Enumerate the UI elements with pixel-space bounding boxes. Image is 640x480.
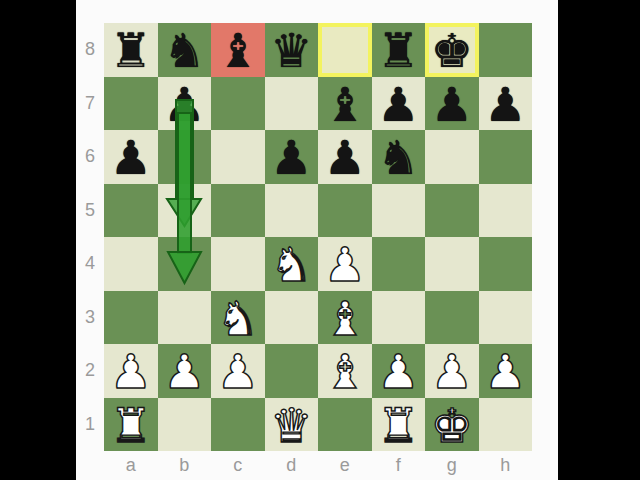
square-d8[interactable]: ♛ (265, 23, 319, 77)
square-d1[interactable]: ♛ (265, 398, 319, 452)
piece-black-pawn[interactable]: ♟ (484, 79, 526, 128)
rank-label-8: 8 (76, 23, 104, 77)
square-h1[interactable] (479, 398, 533, 452)
square-b6[interactable] (158, 130, 212, 184)
square-e4[interactable]: ♟ (318, 237, 372, 291)
file-label-b: b (158, 451, 212, 479)
square-d2[interactable] (265, 344, 319, 398)
file-label-h: h (479, 451, 533, 479)
rank-label-4: 4 (76, 237, 104, 291)
square-f7[interactable]: ♟ (372, 77, 426, 131)
square-d3[interactable] (265, 291, 319, 345)
letterbox-left (0, 0, 76, 480)
square-f3[interactable] (372, 291, 426, 345)
piece-white-pawn[interactable]: ♟ (431, 346, 473, 395)
piece-white-king[interactable]: ♚ (431, 400, 473, 449)
piece-white-bishop[interactable]: ♝ (324, 346, 366, 395)
square-c8[interactable]: ♝ (211, 23, 265, 77)
square-f8[interactable]: ♜ (372, 23, 426, 77)
square-g1[interactable]: ♚ (425, 398, 479, 452)
square-c5[interactable] (211, 184, 265, 238)
square-c7[interactable] (211, 77, 265, 131)
square-c3[interactable]: ♞ (211, 291, 265, 345)
piece-black-bishop[interactable]: ♝ (217, 25, 259, 74)
piece-white-pawn[interactable]: ♟ (110, 346, 152, 395)
square-h3[interactable] (479, 291, 533, 345)
piece-black-rook[interactable]: ♜ (377, 25, 419, 74)
piece-black-pawn[interactable]: ♟ (431, 79, 473, 128)
piece-white-pawn[interactable]: ♟ (163, 346, 205, 395)
chess-board: ♜♞♝♛♜♚♟♝♟♟♟♟♟♟♞♞♟♞♝♟♟♟♝♟♟♟♜♛♜♚ (104, 23, 532, 451)
piece-black-king[interactable]: ♚ (431, 25, 473, 74)
piece-black-rook[interactable]: ♜ (110, 25, 152, 74)
square-a7[interactable] (104, 77, 158, 131)
file-label-f: f (372, 451, 426, 479)
square-c1[interactable] (211, 398, 265, 452)
piece-black-pawn[interactable]: ♟ (377, 79, 419, 128)
square-e7[interactable]: ♝ (318, 77, 372, 131)
square-h8[interactable] (479, 23, 533, 77)
piece-black-pawn[interactable]: ♟ (110, 132, 152, 181)
square-f2[interactable]: ♟ (372, 344, 426, 398)
file-label-a: a (104, 451, 158, 479)
square-d7[interactable] (265, 77, 319, 131)
piece-white-pawn[interactable]: ♟ (484, 346, 526, 395)
square-f5[interactable] (372, 184, 426, 238)
square-b5[interactable] (158, 184, 212, 238)
square-a3[interactable] (104, 291, 158, 345)
square-b3[interactable] (158, 291, 212, 345)
file-label-g: g (425, 451, 479, 479)
piece-white-pawn[interactable]: ♟ (324, 239, 366, 288)
rank-labels: 87654321 (76, 23, 104, 451)
piece-black-pawn[interactable]: ♟ (324, 132, 366, 181)
square-g6[interactable] (425, 130, 479, 184)
file-label-d: d (265, 451, 319, 479)
piece-black-pawn[interactable]: ♟ (270, 132, 312, 181)
piece-white-pawn[interactable]: ♟ (377, 346, 419, 395)
square-b2[interactable]: ♟ (158, 344, 212, 398)
square-g4[interactable] (425, 237, 479, 291)
square-a2[interactable]: ♟ (104, 344, 158, 398)
piece-white-rook[interactable]: ♜ (377, 400, 419, 449)
square-e8[interactable] (318, 23, 372, 77)
piece-white-knight[interactable]: ♞ (270, 239, 312, 288)
piece-black-knight[interactable]: ♞ (163, 25, 205, 74)
square-c2[interactable]: ♟ (211, 344, 265, 398)
square-h2[interactable]: ♟ (479, 344, 533, 398)
square-b7[interactable]: ♟ (158, 77, 212, 131)
square-g3[interactable] (425, 291, 479, 345)
square-a8[interactable]: ♜ (104, 23, 158, 77)
piece-white-knight[interactable]: ♞ (217, 293, 259, 342)
square-f1[interactable]: ♜ (372, 398, 426, 452)
square-h6[interactable] (479, 130, 533, 184)
piece-white-bishop[interactable]: ♝ (324, 293, 366, 342)
square-b8[interactable]: ♞ (158, 23, 212, 77)
square-f6[interactable]: ♞ (372, 130, 426, 184)
rank-label-7: 7 (76, 77, 104, 131)
square-a5[interactable] (104, 184, 158, 238)
square-b4[interactable] (158, 237, 212, 291)
square-e2[interactable]: ♝ (318, 344, 372, 398)
piece-black-queen[interactable]: ♛ (270, 25, 312, 74)
square-g5[interactable] (425, 184, 479, 238)
square-d6[interactable]: ♟ (265, 130, 319, 184)
piece-white-rook[interactable]: ♜ (110, 400, 152, 449)
square-e3[interactable]: ♝ (318, 291, 372, 345)
piece-black-bishop[interactable]: ♝ (324, 79, 366, 128)
square-c6[interactable] (211, 130, 265, 184)
rank-label-6: 6 (76, 130, 104, 184)
square-a4[interactable] (104, 237, 158, 291)
video-frame: 87654321 ♜♞♝♛♜♚♟♝♟♟♟♟♟♟♞♞♟♞♝♟♟♟♝♟♟♟♜♛♜♚ … (0, 0, 640, 480)
square-c4[interactable] (211, 237, 265, 291)
square-g8[interactable]: ♚ (425, 23, 479, 77)
square-d4[interactable]: ♞ (265, 237, 319, 291)
rank-label-5: 5 (76, 184, 104, 238)
file-label-e: e (318, 451, 372, 479)
rank-label-2: 2 (76, 344, 104, 398)
square-f4[interactable] (372, 237, 426, 291)
square-h7[interactable]: ♟ (479, 77, 533, 131)
square-h5[interactable] (479, 184, 533, 238)
file-label-c: c (211, 451, 265, 479)
piece-black-pawn[interactable]: ♟ (163, 79, 205, 128)
square-g2[interactable]: ♟ (425, 344, 479, 398)
piece-white-pawn[interactable]: ♟ (217, 346, 259, 395)
square-g7[interactable]: ♟ (425, 77, 479, 131)
square-d5[interactable] (265, 184, 319, 238)
rank-label-3: 3 (76, 291, 104, 345)
file-labels: abcdefgh (104, 451, 532, 479)
square-e1[interactable] (318, 398, 372, 452)
piece-white-queen[interactable]: ♛ (270, 400, 312, 449)
letterbox-right (558, 0, 640, 480)
square-e5[interactable] (318, 184, 372, 238)
square-e6[interactable]: ♟ (318, 130, 372, 184)
square-b1[interactable] (158, 398, 212, 452)
square-h4[interactable] (479, 237, 533, 291)
square-a6[interactable]: ♟ (104, 130, 158, 184)
square-a1[interactable]: ♜ (104, 398, 158, 452)
piece-black-knight[interactable]: ♞ (377, 132, 419, 181)
rank-label-1: 1 (76, 398, 104, 452)
